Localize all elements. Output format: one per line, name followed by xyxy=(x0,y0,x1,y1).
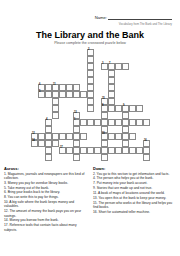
empty-space xyxy=(108,49,115,56)
grid-cell[interactable] xyxy=(136,147,143,154)
grid-cell[interactable] xyxy=(122,126,129,133)
empty-space xyxy=(129,140,136,147)
empty-space xyxy=(80,154,87,161)
empty-space xyxy=(45,105,52,112)
grid-cell[interactable] xyxy=(87,147,94,154)
clue-number: 5 xyxy=(39,91,40,94)
empty-space xyxy=(94,63,101,70)
clue-number: 16 xyxy=(144,140,147,143)
grid-cell[interactable] xyxy=(122,112,129,119)
empty-space xyxy=(31,119,38,126)
empty-space xyxy=(136,63,143,70)
grid-cell[interactable]: 5 xyxy=(38,91,45,98)
clue-number: 11 xyxy=(53,84,56,87)
empty-space xyxy=(136,84,143,91)
empty-space xyxy=(80,56,87,63)
empty-space xyxy=(59,105,66,112)
empty-space xyxy=(38,105,45,112)
empty-space xyxy=(115,140,122,147)
clue-item: 16. Short for automated teller machine. xyxy=(93,210,176,214)
grid-cell[interactable] xyxy=(73,147,80,154)
clue-number: 12 xyxy=(32,133,35,136)
grid-cell[interactable] xyxy=(87,56,94,63)
grid-cell[interactable] xyxy=(87,70,94,77)
empty-space xyxy=(115,56,122,63)
grid-cell[interactable] xyxy=(80,91,87,98)
clue-item: 15. The person who works at the library … xyxy=(93,201,176,210)
empty-space xyxy=(87,154,94,161)
grid-cell[interactable] xyxy=(45,91,52,98)
empty-space xyxy=(38,112,45,119)
clue-item: 14. Money you borrow from the bank. xyxy=(4,218,87,222)
empty-space xyxy=(31,91,38,98)
clue-item: 1. Magazines, journals and newspapers ar… xyxy=(4,172,87,181)
grid-cell[interactable]: 2 xyxy=(87,49,94,56)
clue-number: 6 xyxy=(39,84,40,87)
empty-space xyxy=(66,63,73,70)
empty-space xyxy=(94,112,101,119)
grid-cell[interactable] xyxy=(38,133,45,140)
grid-cell[interactable] xyxy=(87,98,94,105)
grid-cell[interactable] xyxy=(73,91,80,98)
empty-space xyxy=(59,126,66,133)
empty-space xyxy=(66,70,73,77)
empty-space xyxy=(73,56,80,63)
grid-cell[interactable] xyxy=(108,84,115,91)
empty-space xyxy=(31,147,38,154)
grid-cell[interactable]: 14 xyxy=(31,140,38,147)
grid-cell[interactable] xyxy=(73,84,80,91)
empty-space xyxy=(136,140,143,147)
grid-cell[interactable] xyxy=(52,105,59,112)
empty-space xyxy=(31,70,38,77)
clue-number: 7 xyxy=(109,63,110,66)
empty-space xyxy=(80,77,87,84)
empty-space xyxy=(73,98,80,105)
grid-cell[interactable]: 7 xyxy=(108,63,115,70)
across-list: 1. Magazines, journals and newspapers ar… xyxy=(4,172,87,232)
grid-cell[interactable]: 9 xyxy=(122,105,129,112)
empty-space xyxy=(136,133,143,140)
empty-space xyxy=(87,133,94,140)
grid-cell[interactable]: 11 xyxy=(52,84,59,91)
clue-number: 13 xyxy=(74,112,77,115)
clue-item: 2. You go to this section to get informa… xyxy=(93,172,176,176)
grid-cell[interactable] xyxy=(129,147,136,154)
empty-space xyxy=(101,49,108,56)
clue-number: 10 xyxy=(102,133,105,136)
grid-cell[interactable] xyxy=(129,105,136,112)
empty-space xyxy=(38,147,45,154)
empty-space xyxy=(80,140,87,147)
grid-cell[interactable] xyxy=(122,140,129,147)
empty-space xyxy=(143,126,150,133)
empty-space xyxy=(143,56,150,63)
grid-cell[interactable] xyxy=(129,119,136,126)
grid-cell[interactable] xyxy=(73,140,80,147)
empty-space xyxy=(129,91,136,98)
empty-space xyxy=(129,77,136,84)
clue-item: 5. Take money out of the bank. xyxy=(4,186,87,190)
grid-cell[interactable] xyxy=(143,154,150,161)
empty-space xyxy=(143,105,150,112)
empty-space xyxy=(66,77,73,84)
grid-cell[interactable] xyxy=(108,105,115,112)
empty-space xyxy=(115,77,122,84)
empty-space xyxy=(59,112,66,119)
grid-cell[interactable] xyxy=(101,154,108,161)
empty-space xyxy=(115,91,122,98)
empty-space xyxy=(94,77,101,84)
empty-space xyxy=(129,56,136,63)
grid-cell[interactable] xyxy=(59,84,66,91)
empty-space xyxy=(38,126,45,133)
empty-space xyxy=(143,98,150,105)
empty-space xyxy=(129,154,136,161)
clue-item: 9. Stories that are made up and not true… xyxy=(93,186,176,190)
empty-space xyxy=(122,91,129,98)
empty-space xyxy=(115,126,122,133)
empty-space xyxy=(59,63,66,70)
empty-space xyxy=(94,154,101,161)
empty-space xyxy=(52,119,59,126)
empty-space xyxy=(80,70,87,77)
grid-cell[interactable] xyxy=(94,147,101,154)
empty-space xyxy=(122,77,129,84)
empty-space xyxy=(136,126,143,133)
crossword-grid: 2376115158913411210141617 xyxy=(31,49,150,161)
clue-item: 10. A big safe where the bank keeps mone… xyxy=(4,200,87,209)
empty-space xyxy=(94,98,101,105)
name-label: Name: xyxy=(95,15,107,20)
empty-space xyxy=(94,70,101,77)
empty-space xyxy=(66,112,73,119)
grid-cell[interactable] xyxy=(108,119,115,126)
grid-cell[interactable]: 1 xyxy=(73,119,80,126)
empty-space xyxy=(45,98,52,105)
empty-space xyxy=(66,98,73,105)
empty-space xyxy=(122,70,129,77)
empty-space xyxy=(94,133,101,140)
empty-space xyxy=(66,154,73,161)
empty-space xyxy=(136,112,143,119)
grid-cell[interactable] xyxy=(73,154,80,161)
grid-cell[interactable] xyxy=(66,91,73,98)
empty-space xyxy=(122,49,129,56)
grid-cell[interactable] xyxy=(45,154,52,161)
empty-space xyxy=(129,84,136,91)
grid-cell[interactable] xyxy=(45,140,52,147)
grid-cell[interactable] xyxy=(45,84,52,91)
empty-space xyxy=(52,56,59,63)
empty-space xyxy=(122,154,129,161)
clue-number: 9 xyxy=(123,105,124,108)
clue-number: 15 xyxy=(102,98,105,101)
grid-cell[interactable] xyxy=(52,140,59,147)
empty-space xyxy=(108,154,115,161)
empty-space xyxy=(94,140,101,147)
grid-cell[interactable] xyxy=(101,147,108,154)
empty-space xyxy=(73,63,80,70)
empty-space xyxy=(73,70,80,77)
grid-cell[interactable] xyxy=(122,119,129,126)
empty-space xyxy=(66,119,73,126)
empty-space xyxy=(87,126,94,133)
grid-cell[interactable] xyxy=(122,63,129,70)
grid-cell[interactable] xyxy=(66,84,73,91)
grid-cell[interactable] xyxy=(101,140,108,147)
clue-item: 12. The amount of money the bank pays yo… xyxy=(4,209,87,218)
grid-cell[interactable] xyxy=(66,147,73,154)
empty-space xyxy=(38,49,45,56)
empty-space xyxy=(31,77,38,84)
empty-space xyxy=(143,84,150,91)
clue-number: 14 xyxy=(32,140,35,143)
grid-cell[interactable] xyxy=(52,91,59,98)
empty-space xyxy=(143,63,150,70)
grid-cell[interactable] xyxy=(122,147,129,154)
clue-number: 1 xyxy=(74,119,75,122)
empty-space xyxy=(38,56,45,63)
grid-cell[interactable]: 16 xyxy=(143,140,150,147)
empty-space xyxy=(38,98,45,105)
grid-cell[interactable] xyxy=(108,147,115,154)
clue-item: 6. Bring your books back to the library. xyxy=(4,190,87,194)
grid-cell[interactable] xyxy=(52,112,59,119)
empty-space xyxy=(94,91,101,98)
empty-space xyxy=(94,49,101,56)
name-input-line[interactable] xyxy=(108,15,172,20)
empty-space xyxy=(38,154,45,161)
clue-item: 3. Money you pay for overdue library boo… xyxy=(4,181,87,185)
empty-space xyxy=(52,147,59,154)
grid-cell[interactable] xyxy=(115,147,122,154)
empty-space xyxy=(129,70,136,77)
grid-cell[interactable] xyxy=(108,133,115,140)
down-list: 2. You go to this section to get informa… xyxy=(93,172,176,215)
empty-space xyxy=(80,126,87,133)
grid-cell[interactable]: 4 xyxy=(45,119,52,126)
empty-space xyxy=(66,126,73,133)
grid-cell[interactable] xyxy=(136,105,143,112)
empty-space xyxy=(108,126,115,133)
empty-space xyxy=(59,119,66,126)
empty-space xyxy=(31,49,38,56)
clue-item: 11. A book of maps of locations around t… xyxy=(93,191,176,195)
empty-space xyxy=(80,112,87,119)
grid-cell[interactable] xyxy=(108,91,115,98)
empty-space xyxy=(143,70,150,77)
empty-space xyxy=(52,63,59,70)
grid-cell[interactable] xyxy=(38,140,45,147)
empty-space xyxy=(80,105,87,112)
empty-space xyxy=(80,49,87,56)
clue-item: 4. The person who helps you at the bank. xyxy=(93,176,176,180)
grid-cell[interactable]: 8 xyxy=(101,105,108,112)
down-heading: Down: xyxy=(93,166,176,171)
grid-cell[interactable] xyxy=(108,70,115,77)
empty-space xyxy=(87,112,94,119)
grid-cell[interactable] xyxy=(101,119,108,126)
empty-space xyxy=(136,70,143,77)
empty-space xyxy=(73,49,80,56)
empty-space xyxy=(115,84,122,91)
across-column: Across: 1. Magazines, journals and newsp… xyxy=(4,166,87,233)
empty-space xyxy=(31,63,38,70)
empty-space xyxy=(59,154,66,161)
empty-space xyxy=(31,105,38,112)
grid-cell[interactable] xyxy=(143,119,150,126)
empty-space xyxy=(94,56,101,63)
empty-space xyxy=(38,119,45,126)
clue-number: 17 xyxy=(60,147,63,150)
empty-space xyxy=(52,49,59,56)
empty-space xyxy=(136,49,143,56)
empty-space xyxy=(59,49,66,56)
down-column: Down: 2. You go to this section to get i… xyxy=(93,166,176,233)
grid-cell[interactable] xyxy=(80,133,87,140)
empty-space xyxy=(45,49,52,56)
clue-item: 7. Put money into your bank account. xyxy=(93,181,176,185)
empty-space xyxy=(101,84,108,91)
empty-space xyxy=(115,49,122,56)
empty-space xyxy=(31,84,38,91)
empty-space xyxy=(143,49,150,56)
empty-space xyxy=(136,91,143,98)
empty-space xyxy=(115,154,122,161)
grid-cell[interactable] xyxy=(94,119,101,126)
across-heading: Across: xyxy=(4,166,87,171)
grid-cell[interactable] xyxy=(66,133,73,140)
grid-cell[interactable] xyxy=(122,133,129,140)
empty-space xyxy=(52,70,59,77)
empty-space xyxy=(45,70,52,77)
grid-cell[interactable] xyxy=(115,119,122,126)
grid-cell[interactable] xyxy=(87,77,94,84)
page-title: The Library and the Bank xyxy=(0,30,180,40)
empty-space xyxy=(94,84,101,91)
empty-space xyxy=(94,126,101,133)
empty-space xyxy=(80,98,87,105)
credit-text: Vocabulary from The Bank and The Library xyxy=(0,22,172,26)
empty-space xyxy=(136,154,143,161)
empty-space xyxy=(38,63,45,70)
grid-cell[interactable] xyxy=(87,63,94,70)
empty-space xyxy=(66,105,73,112)
grid-cell[interactable] xyxy=(59,91,66,98)
empty-space xyxy=(31,98,38,105)
grid-cell[interactable] xyxy=(80,119,87,126)
grid-cell[interactable] xyxy=(108,77,115,84)
empty-space xyxy=(115,70,122,77)
empty-space xyxy=(59,98,66,105)
grid-cell[interactable] xyxy=(115,105,122,112)
empty-space xyxy=(101,70,108,77)
empty-space xyxy=(115,98,122,105)
clue-item: 17. Reference tools that contain facts a… xyxy=(4,223,87,232)
empty-space xyxy=(143,77,150,84)
empty-space xyxy=(80,84,87,91)
empty-space xyxy=(129,126,136,133)
empty-space xyxy=(101,77,108,84)
grid-cell[interactable]: 17 xyxy=(59,147,66,154)
grid-cell[interactable] xyxy=(52,133,59,140)
grid-cell[interactable] xyxy=(87,119,94,126)
clue-number: 8 xyxy=(102,105,103,108)
grid-cell[interactable] xyxy=(143,147,150,154)
empty-space xyxy=(45,56,52,63)
grid-cell[interactable] xyxy=(52,98,59,105)
empty-space xyxy=(59,70,66,77)
empty-space xyxy=(143,91,150,98)
empty-space xyxy=(108,112,115,119)
clue-number: 4 xyxy=(46,119,47,122)
empty-space xyxy=(31,56,38,63)
empty-space xyxy=(52,126,59,133)
empty-space xyxy=(31,154,38,161)
empty-space xyxy=(66,56,73,63)
empty-space xyxy=(45,77,52,84)
grid-cell[interactable] xyxy=(45,147,52,154)
grid-cell[interactable] xyxy=(59,133,66,140)
empty-space xyxy=(38,70,45,77)
grid-cell[interactable] xyxy=(87,105,94,112)
empty-space xyxy=(73,77,80,84)
empty-space xyxy=(66,49,73,56)
grid-cell[interactable] xyxy=(73,126,80,133)
grid-cell[interactable] xyxy=(45,126,52,133)
empty-space xyxy=(31,112,38,119)
clue-number: 3 xyxy=(102,63,103,66)
empty-space xyxy=(136,77,143,84)
grid-cell[interactable] xyxy=(136,119,143,126)
grid-cell[interactable] xyxy=(115,63,122,70)
empty-space xyxy=(122,84,129,91)
empty-space xyxy=(129,49,136,56)
grid-cell[interactable]: 10 xyxy=(101,133,108,140)
name-row: Name: xyxy=(0,15,172,20)
grid-cell[interactable] xyxy=(87,84,94,91)
grid-cell[interactable] xyxy=(87,91,94,98)
empty-space xyxy=(129,63,136,70)
grid-cell[interactable] xyxy=(108,98,115,105)
grid-cell[interactable] xyxy=(45,133,52,140)
grid-cell[interactable] xyxy=(115,133,122,140)
empty-space xyxy=(59,77,66,84)
empty-space xyxy=(122,56,129,63)
empty-space xyxy=(80,63,87,70)
empty-space xyxy=(108,140,115,147)
empty-space xyxy=(136,98,143,105)
empty-space xyxy=(66,140,73,147)
empty-space xyxy=(115,112,122,119)
empty-space xyxy=(87,140,94,147)
empty-space xyxy=(143,112,150,119)
grid-cell[interactable] xyxy=(101,112,108,119)
empty-space xyxy=(45,63,52,70)
grid-cell[interactable]: 3 xyxy=(101,63,108,70)
grid-cell[interactable] xyxy=(129,133,136,140)
clues-section: Across: 1. Magazines, journals and newsp… xyxy=(4,166,176,233)
grid-cell[interactable] xyxy=(80,147,87,154)
page-subtitle: Please complete the crossword puzzle bel… xyxy=(0,41,180,45)
grid-cell[interactable] xyxy=(73,133,80,140)
clue-number: 2 xyxy=(88,49,89,52)
empty-space xyxy=(129,112,136,119)
empty-space xyxy=(52,154,59,161)
clue-item: 13. You open this at the bank to keep yo… xyxy=(93,196,176,200)
empty-space xyxy=(136,56,143,63)
